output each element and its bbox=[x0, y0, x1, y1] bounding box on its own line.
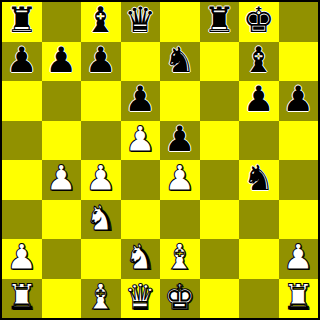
square-a4[interactable] bbox=[2, 160, 42, 200]
black-queen-piece[interactable]: ♛ bbox=[125, 2, 156, 40]
black-knight-piece[interactable]: ♞ bbox=[243, 160, 274, 198]
square-h4[interactable] bbox=[279, 160, 319, 200]
square-h2[interactable]: ♟ bbox=[279, 239, 319, 279]
white-pawn-piece[interactable]: ♟ bbox=[164, 160, 195, 198]
square-b7[interactable]: ♟ bbox=[42, 42, 82, 82]
white-knight-piece[interactable]: ♞ bbox=[125, 239, 156, 277]
black-pawn-piece[interactable]: ♟ bbox=[243, 81, 274, 119]
square-e1[interactable]: ♚ bbox=[160, 279, 200, 319]
black-pawn-piece[interactable]: ♟ bbox=[125, 81, 156, 119]
square-e6[interactable] bbox=[160, 81, 200, 121]
square-c3[interactable]: ♞ bbox=[81, 200, 121, 240]
square-e7[interactable]: ♞ bbox=[160, 42, 200, 82]
square-f8[interactable]: ♜ bbox=[200, 2, 240, 42]
square-e8[interactable] bbox=[160, 2, 200, 42]
square-a3[interactable] bbox=[2, 200, 42, 240]
chess-board: ♜♝♛♜♚♟♟♟♞♝♟♟♟♟♟♟♟♟♞♞♟♞♝♟♜♝♛♚♜ bbox=[0, 0, 320, 320]
square-h5[interactable] bbox=[279, 121, 319, 161]
square-f4[interactable] bbox=[200, 160, 240, 200]
square-g5[interactable] bbox=[239, 121, 279, 161]
square-g7[interactable]: ♝ bbox=[239, 42, 279, 82]
white-king-piece[interactable]: ♚ bbox=[164, 279, 195, 317]
square-h7[interactable] bbox=[279, 42, 319, 82]
square-d7[interactable] bbox=[121, 42, 161, 82]
white-bishop-piece[interactable]: ♝ bbox=[164, 239, 195, 277]
white-pawn-piece[interactable]: ♟ bbox=[85, 160, 116, 198]
square-f6[interactable] bbox=[200, 81, 240, 121]
black-knight-piece[interactable]: ♞ bbox=[164, 42, 195, 80]
square-f1[interactable] bbox=[200, 279, 240, 319]
white-pawn-piece[interactable]: ♟ bbox=[46, 160, 77, 198]
square-a5[interactable] bbox=[2, 121, 42, 161]
square-g6[interactable]: ♟ bbox=[239, 81, 279, 121]
white-rook-piece[interactable]: ♜ bbox=[6, 279, 37, 317]
square-g2[interactable] bbox=[239, 239, 279, 279]
square-b5[interactable] bbox=[42, 121, 82, 161]
black-pawn-piece[interactable]: ♟ bbox=[85, 42, 116, 80]
square-c8[interactable]: ♝ bbox=[81, 2, 121, 42]
white-pawn-piece[interactable]: ♟ bbox=[6, 239, 37, 277]
white-pawn-piece[interactable]: ♟ bbox=[125, 121, 156, 159]
square-d4[interactable] bbox=[121, 160, 161, 200]
black-bishop-piece[interactable]: ♝ bbox=[243, 42, 274, 80]
black-rook-piece[interactable]: ♜ bbox=[204, 2, 235, 40]
black-pawn-piece[interactable]: ♟ bbox=[164, 121, 195, 159]
square-c6[interactable] bbox=[81, 81, 121, 121]
square-a2[interactable]: ♟ bbox=[2, 239, 42, 279]
square-f2[interactable] bbox=[200, 239, 240, 279]
square-b6[interactable] bbox=[42, 81, 82, 121]
black-bishop-piece[interactable]: ♝ bbox=[85, 2, 116, 40]
black-pawn-piece[interactable]: ♟ bbox=[6, 42, 37, 80]
square-a6[interactable] bbox=[2, 81, 42, 121]
white-queen-piece[interactable]: ♛ bbox=[125, 279, 156, 317]
square-a8[interactable]: ♜ bbox=[2, 2, 42, 42]
square-h6[interactable]: ♟ bbox=[279, 81, 319, 121]
square-b2[interactable] bbox=[42, 239, 82, 279]
square-g8[interactable]: ♚ bbox=[239, 2, 279, 42]
square-e5[interactable]: ♟ bbox=[160, 121, 200, 161]
square-d6[interactable]: ♟ bbox=[121, 81, 161, 121]
black-pawn-piece[interactable]: ♟ bbox=[46, 42, 77, 80]
square-c5[interactable] bbox=[81, 121, 121, 161]
square-e2[interactable]: ♝ bbox=[160, 239, 200, 279]
square-c7[interactable]: ♟ bbox=[81, 42, 121, 82]
square-f5[interactable] bbox=[200, 121, 240, 161]
square-d8[interactable]: ♛ bbox=[121, 2, 161, 42]
square-d2[interactable]: ♞ bbox=[121, 239, 161, 279]
square-g4[interactable]: ♞ bbox=[239, 160, 279, 200]
square-b8[interactable] bbox=[42, 2, 82, 42]
square-f3[interactable] bbox=[200, 200, 240, 240]
square-b3[interactable] bbox=[42, 200, 82, 240]
square-d1[interactable]: ♛ bbox=[121, 279, 161, 319]
square-c1[interactable]: ♝ bbox=[81, 279, 121, 319]
square-a7[interactable]: ♟ bbox=[2, 42, 42, 82]
square-c2[interactable] bbox=[81, 239, 121, 279]
square-g3[interactable] bbox=[239, 200, 279, 240]
white-bishop-piece[interactable]: ♝ bbox=[85, 279, 116, 317]
black-king-piece[interactable]: ♚ bbox=[243, 2, 274, 40]
square-f7[interactable] bbox=[200, 42, 240, 82]
square-d3[interactable] bbox=[121, 200, 161, 240]
square-a1[interactable]: ♜ bbox=[2, 279, 42, 319]
square-h8[interactable] bbox=[279, 2, 319, 42]
square-e4[interactable]: ♟ bbox=[160, 160, 200, 200]
white-pawn-piece[interactable]: ♟ bbox=[283, 239, 314, 277]
square-d5[interactable]: ♟ bbox=[121, 121, 161, 161]
square-h1[interactable]: ♜ bbox=[279, 279, 319, 319]
square-b1[interactable] bbox=[42, 279, 82, 319]
square-g1[interactable] bbox=[239, 279, 279, 319]
black-pawn-piece[interactable]: ♟ bbox=[283, 81, 314, 119]
square-b4[interactable]: ♟ bbox=[42, 160, 82, 200]
square-h3[interactable] bbox=[279, 200, 319, 240]
white-knight-piece[interactable]: ♞ bbox=[85, 200, 116, 238]
white-rook-piece[interactable]: ♜ bbox=[283, 279, 314, 317]
black-rook-piece[interactable]: ♜ bbox=[6, 2, 37, 40]
square-e3[interactable] bbox=[160, 200, 200, 240]
square-c4[interactable]: ♟ bbox=[81, 160, 121, 200]
